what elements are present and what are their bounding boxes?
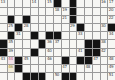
clue-number: 51 <box>109 73 114 77</box>
grid-cell[interactable] <box>0 32 7 39</box>
clue-number: 46 <box>47 57 52 61</box>
grid-cell[interactable] <box>15 73 22 80</box>
clue-number: 25 <box>8 24 13 28</box>
grid-cell[interactable]: 35 <box>8 40 15 47</box>
grid-cell[interactable] <box>54 57 61 64</box>
grid-cell[interactable] <box>93 16 100 23</box>
clue-number: 20 <box>109 8 114 12</box>
grid-cell[interactable] <box>101 57 108 64</box>
black-cell <box>23 16 30 23</box>
clue-number: 21 <box>62 16 67 20</box>
clue-number: 41 <box>78 49 83 53</box>
clue-number: 22 <box>109 16 114 20</box>
grid-cell[interactable] <box>0 73 7 80</box>
clue-number: 38 <box>101 40 106 44</box>
grid-cell[interactable]: 48 <box>108 57 115 64</box>
grid-cell[interactable] <box>23 65 30 72</box>
grid-cell[interactable]: 47 <box>93 57 100 64</box>
clue-number: 34 <box>109 32 114 36</box>
grid-cell[interactable] <box>93 0 100 7</box>
grid-cell[interactable] <box>39 49 46 56</box>
grid-cell[interactable] <box>85 24 92 31</box>
black-cell <box>85 49 92 56</box>
grid-cell[interactable] <box>39 65 46 72</box>
clue-number: 47 <box>62 65 67 69</box>
grid-cell[interactable]: 41 <box>77 49 84 56</box>
grid-cell[interactable]: 40 <box>46 49 53 56</box>
grid-cell[interactable] <box>101 73 108 80</box>
black-cell <box>0 49 7 56</box>
grid-cell[interactable] <box>77 16 84 23</box>
grid-cell[interactable]: 30 <box>101 24 108 31</box>
grid-cell[interactable] <box>101 32 108 39</box>
grid-cell[interactable]: 13 <box>0 0 7 7</box>
grid-cell[interactable] <box>8 73 15 80</box>
clue-number: 50 <box>55 73 60 77</box>
grid-cell[interactable]: 14 <box>31 0 38 7</box>
clue-number: 18 <box>55 8 60 12</box>
clue-number: 42 <box>101 49 106 53</box>
grid-cell[interactable]: 20 <box>108 8 115 15</box>
grid-cell[interactable] <box>31 57 38 64</box>
grid-cell[interactable]: 37 <box>54 40 61 47</box>
black-cell <box>70 0 77 7</box>
black-cell <box>93 49 100 56</box>
grid-cell[interactable] <box>31 24 38 31</box>
grid-cell[interactable]: 33 <box>77 32 84 39</box>
grid-cell[interactable] <box>108 49 115 56</box>
grid-cell[interactable] <box>46 24 53 31</box>
black-cell <box>0 40 7 47</box>
grid-cell[interactable] <box>15 40 22 47</box>
grid-cell[interactable] <box>54 16 61 23</box>
clue-number: 46 <box>8 65 13 69</box>
grid-cell[interactable]: 19 <box>62 8 69 15</box>
grid-cell[interactable] <box>70 40 77 47</box>
grid-cell[interactable] <box>93 65 100 72</box>
grid-cell[interactable] <box>93 24 100 31</box>
clue-number: 47 <box>93 57 98 61</box>
clue-number: 17 <box>109 0 114 4</box>
clue-number: 29 <box>70 24 75 28</box>
grid-cell[interactable] <box>46 65 53 72</box>
grid-cell[interactable]: 48 <box>85 65 92 72</box>
grid-cell[interactable] <box>23 49 30 56</box>
grid-cell[interactable] <box>93 8 100 15</box>
grid-cell[interactable] <box>70 32 77 39</box>
clue-number: 39 <box>8 49 13 53</box>
grid-cell[interactable] <box>23 32 30 39</box>
grid-cell[interactable] <box>8 0 15 7</box>
grid-cell[interactable] <box>70 49 77 56</box>
black-cell <box>39 40 46 47</box>
grid-cell[interactable] <box>39 0 46 7</box>
black-cell <box>8 32 15 39</box>
clue-number: 35 <box>8 40 13 44</box>
grid-cell[interactable] <box>101 16 108 23</box>
clue-number: 16 <box>101 0 106 4</box>
black-cell <box>62 57 69 64</box>
grid-cell[interactable] <box>54 65 61 72</box>
black-cell <box>23 73 30 80</box>
grid-cell[interactable]: 38 <box>101 40 108 47</box>
grid-cell[interactable] <box>77 8 84 15</box>
grid-cell[interactable] <box>15 8 22 15</box>
clue-number: 33 <box>78 32 83 36</box>
grid-cell[interactable] <box>23 8 30 15</box>
clue-number: 43 <box>1 57 6 61</box>
grid-cell[interactable] <box>46 8 53 15</box>
clue-number: 37 <box>55 40 60 44</box>
grid-cell[interactable] <box>39 24 46 31</box>
grid-cell[interactable] <box>23 0 30 7</box>
clue-number: 40 <box>47 49 52 53</box>
grid-cell[interactable] <box>93 32 100 39</box>
black-cell <box>39 73 46 80</box>
grid-cell[interactable]: 34 <box>108 32 115 39</box>
grid-cell[interactable]: 42 <box>101 49 108 56</box>
black-cell <box>15 65 22 72</box>
grid-cell[interactable] <box>31 40 38 47</box>
clue-number: 48 <box>86 65 91 69</box>
grid-cell[interactable] <box>54 24 61 31</box>
grid-cell[interactable] <box>0 24 7 31</box>
black-cell <box>108 24 115 31</box>
grid-cell[interactable]: 16 <box>101 0 108 7</box>
grid-cell[interactable] <box>0 8 7 15</box>
grid-cell[interactable] <box>0 65 7 72</box>
clue-number: 14 <box>31 0 36 4</box>
grid-cell[interactable] <box>31 16 38 23</box>
grid-cell[interactable] <box>62 0 69 7</box>
clue-number: 48 <box>109 57 114 61</box>
clue-number: 15 <box>47 0 52 4</box>
black-cell <box>77 57 84 64</box>
black-cell <box>15 57 22 64</box>
grid-cell[interactable] <box>46 16 53 23</box>
grid-cell[interactable]: 22 <box>108 16 115 23</box>
grid-cell[interactable] <box>108 40 115 47</box>
black-cell <box>15 24 22 31</box>
grid-cell[interactable] <box>39 57 46 64</box>
grid-cell[interactable]: 43 <box>0 57 7 64</box>
clue-number: 36 <box>47 40 52 44</box>
grid-cell[interactable] <box>8 8 15 15</box>
black-cell <box>77 24 84 31</box>
grid-cell[interactable] <box>101 8 108 15</box>
black-cell <box>54 32 61 39</box>
grid-cell[interactable] <box>15 0 22 7</box>
grid-cell[interactable] <box>70 57 77 64</box>
clue-number: 44 <box>8 57 13 61</box>
grid-cell[interactable] <box>39 32 46 39</box>
clue-number: 49 <box>109 65 114 69</box>
grid-cell[interactable]: 47 <box>62 65 69 72</box>
black-cell <box>70 8 77 15</box>
grid-cell[interactable]: 29 <box>70 24 77 31</box>
grid-cell[interactable] <box>77 73 84 80</box>
grid-cell[interactable] <box>15 16 22 23</box>
grid-cell[interactable] <box>62 40 69 47</box>
grid-cell[interactable]: 49 <box>108 65 115 72</box>
grid-cell[interactable]: 46 <box>8 65 15 72</box>
grid-cell[interactable]: 31 <box>15 32 22 39</box>
black-cell <box>62 73 69 80</box>
grid-cell[interactable] <box>23 40 30 47</box>
grid-cell[interactable]: 36 <box>46 40 53 47</box>
black-cell <box>85 40 92 47</box>
grid-cell[interactable]: 15 <box>46 0 53 7</box>
clue-number: 28 <box>24 24 29 28</box>
black-cell <box>93 40 100 47</box>
grid-cell[interactable]: 28 <box>23 24 30 31</box>
grid-cell[interactable] <box>77 40 84 47</box>
grid-cell[interactable]: 50 <box>54 73 61 80</box>
grid-cell[interactable] <box>15 49 22 56</box>
grid-cell[interactable] <box>93 73 100 80</box>
grid-cell[interactable]: 17 <box>108 0 115 7</box>
grid-cell[interactable]: 39 <box>8 49 15 56</box>
grid-cell[interactable]: 44 <box>8 57 15 64</box>
grid-cell[interactable] <box>31 65 38 72</box>
grid-cell[interactable] <box>0 16 7 23</box>
grid-cell[interactable]: 21 <box>62 16 69 23</box>
grid-cell[interactable] <box>101 65 108 72</box>
grid-cell[interactable] <box>77 0 84 7</box>
grid-cell[interactable] <box>46 73 53 80</box>
grid-cell[interactable] <box>54 49 61 56</box>
clue-number: 45 <box>24 57 29 61</box>
grid-cell[interactable] <box>70 65 77 72</box>
black-cell <box>54 0 61 7</box>
grid-cell[interactable]: 46 <box>46 57 53 64</box>
grid-cell[interactable] <box>31 8 38 15</box>
black-cell <box>8 16 15 23</box>
black-cell <box>31 49 38 56</box>
clue-number: 31 <box>16 32 21 36</box>
grid-cell[interactable] <box>85 32 92 39</box>
clue-number: 19 <box>62 8 67 12</box>
grid-cell[interactable]: 45 <box>23 57 30 64</box>
grid-cell[interactable] <box>85 73 92 80</box>
grid-cell[interactable] <box>85 8 92 15</box>
black-cell <box>31 32 38 39</box>
grid-cell[interactable] <box>77 65 84 72</box>
grid-cell[interactable]: 18 <box>54 8 61 15</box>
black-cell <box>70 73 77 80</box>
grid-cell[interactable] <box>39 16 46 23</box>
grid-cell[interactable]: 25 <box>8 24 15 31</box>
crossword-grid: 1314151617181920212225282930313334353637… <box>0 0 115 80</box>
black-cell <box>46 32 53 39</box>
black-cell <box>31 73 38 80</box>
grid-cell[interactable] <box>62 32 69 39</box>
clue-number: 30 <box>101 24 106 28</box>
black-cell <box>70 16 77 23</box>
grid-cell[interactable] <box>62 24 69 31</box>
grid-cell[interactable] <box>85 16 92 23</box>
grid-cell[interactable] <box>39 8 46 15</box>
grid-cell[interactable] <box>62 49 69 56</box>
black-cell <box>85 57 92 64</box>
grid-cell[interactable]: 51 <box>108 73 115 80</box>
clue-number: 13 <box>1 0 6 4</box>
grid-cell[interactable] <box>85 0 92 7</box>
